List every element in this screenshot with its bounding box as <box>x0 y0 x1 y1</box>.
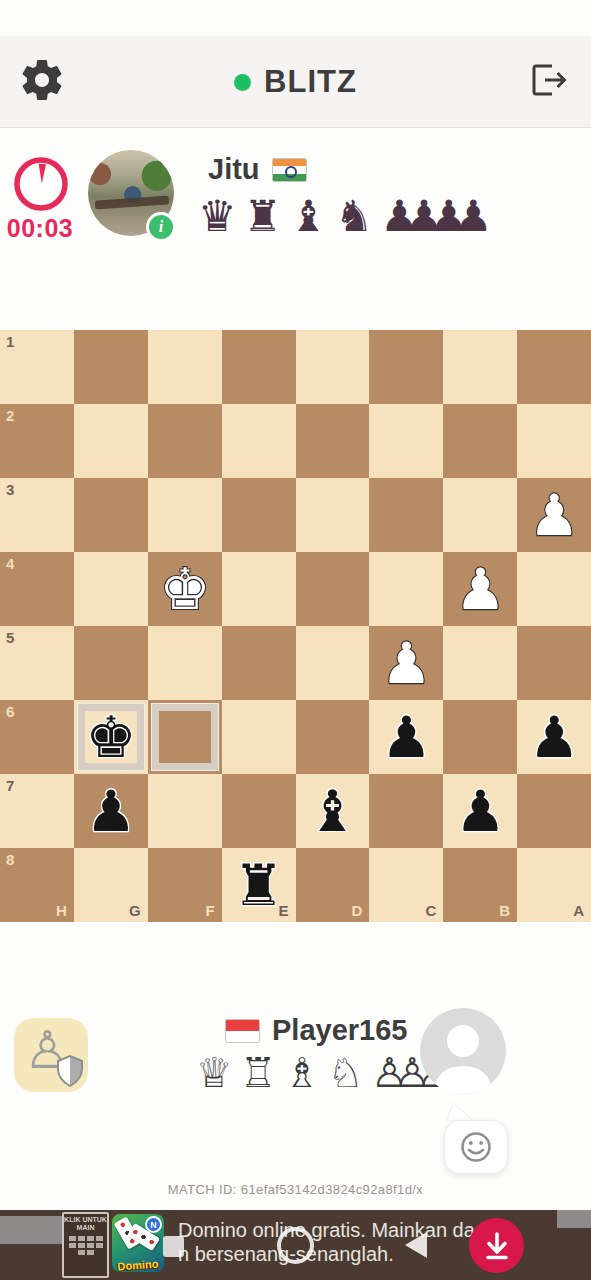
rank-label: 1 <box>6 333 14 350</box>
top-player-name: Jitu <box>208 153 260 186</box>
game-mode: BLITZ <box>0 64 591 100</box>
square-f5[interactable] <box>148 626 222 700</box>
square-a1[interactable] <box>517 330 591 404</box>
square-g4[interactable] <box>74 552 148 626</box>
square-g2[interactable] <box>74 404 148 478</box>
file-label: H <box>56 902 67 919</box>
rank-label: 5 <box>6 629 14 646</box>
square-f7[interactable] <box>148 774 222 848</box>
square-c2[interactable] <box>369 404 443 478</box>
square-f3[interactable] <box>148 478 222 552</box>
square-e1[interactable] <box>222 330 296 404</box>
match-id-text: MATCH ID: 61efaf53142d3824c92a8f1d/x <box>0 1182 591 1197</box>
rank-label: 8 <box>6 851 14 868</box>
square-c8[interactable]: C <box>369 848 443 922</box>
square-c6[interactable]: ♟ <box>369 700 443 774</box>
top-app-bar: BLITZ <box>0 36 591 128</box>
square-a3[interactable]: ♟ <box>517 478 591 552</box>
top-player-clock: 00:03 <box>2 214 78 243</box>
square-e8[interactable]: E♜ <box>222 848 296 922</box>
smiley-icon <box>458 1129 494 1165</box>
nav-recents-icon[interactable] <box>163 1236 184 1257</box>
move-timer-icon <box>13 156 69 212</box>
square-h4[interactable]: 4 <box>0 552 74 626</box>
square-b6[interactable] <box>443 700 517 774</box>
square-g6[interactable]: ♚ <box>74 700 148 774</box>
piece-white-king[interactable]: ♚ <box>159 561 210 618</box>
square-h8[interactable]: 8H <box>0 848 74 922</box>
square-g7[interactable]: ♟ <box>74 774 148 848</box>
recording-artifact-right <box>557 1210 591 1228</box>
rank-label: 2 <box>6 407 14 424</box>
square-e4[interactable] <box>222 552 296 626</box>
app-icon-label: Domino <box>112 1257 164 1272</box>
file-label: D <box>352 902 363 919</box>
square-d5[interactable] <box>296 626 370 700</box>
piece-black-pawn[interactable]: ♟ <box>529 709 580 766</box>
square-a7[interactable] <box>517 774 591 848</box>
square-h6[interactable]: 6 <box>0 700 74 774</box>
square-a2[interactable] <box>517 404 591 478</box>
square-h7[interactable]: 7 <box>0 774 74 848</box>
captured-queen: ♛ <box>198 195 237 238</box>
file-label: F <box>205 902 214 919</box>
square-e5[interactable] <box>222 626 296 700</box>
piece-black-bishop[interactable]: ♝ <box>307 783 358 840</box>
mini-ad-text: KLIK UNTUK MAIN <box>64 1216 107 1232</box>
ad-download-button[interactable] <box>469 1218 524 1273</box>
captured-queen: ♕ <box>196 1053 233 1094</box>
square-c5[interactable]: ♟ <box>369 626 443 700</box>
person-silhouette-icon <box>420 1008 506 1094</box>
square-e2[interactable] <box>222 404 296 478</box>
square-f2[interactable] <box>148 404 222 478</box>
captured-pawn: ♟ <box>454 195 493 238</box>
captured-knight: ♞ <box>335 195 374 238</box>
mini-ad-banner[interactable]: KLIK UNTUK MAIN <box>62 1212 109 1278</box>
square-a6[interactable]: ♟ <box>517 700 591 774</box>
square-d8[interactable]: D <box>296 848 370 922</box>
download-arrow-icon <box>480 1229 514 1263</box>
square-g3[interactable] <box>74 478 148 552</box>
square-a8[interactable]: A <box>517 848 591 922</box>
square-f6[interactable] <box>148 700 222 774</box>
square-c4[interactable] <box>369 552 443 626</box>
square-b5[interactable] <box>443 626 517 700</box>
square-e7[interactable] <box>222 774 296 848</box>
bottom-player-name: Player165 <box>272 1014 407 1047</box>
piece-black-rook[interactable]: ♜ <box>233 857 284 914</box>
square-d3[interactable] <box>296 478 370 552</box>
ad-banner[interactable]: KLIK UNTUK MAIN N Domino Domino online g… <box>0 1210 591 1280</box>
square-d4[interactable] <box>296 552 370 626</box>
square-h5[interactable]: 5 <box>0 626 74 700</box>
piece-white-pawn[interactable]: ♟ <box>381 635 432 692</box>
square-d1[interactable] <box>296 330 370 404</box>
nav-home-icon[interactable] <box>277 1227 314 1264</box>
square-e6[interactable] <box>222 700 296 774</box>
captured-bishop: ♗ <box>284 1053 321 1094</box>
shield-icon <box>55 1054 85 1088</box>
game-mode-label: BLITZ <box>264 64 357 100</box>
square-f8[interactable]: F <box>148 848 222 922</box>
square-h3[interactable]: 3 <box>0 478 74 552</box>
chess-board[interactable]: 123♟4♚♟5♟6♚♟♟7♟♝♟8HGFE♜DCBA <box>0 330 591 922</box>
square-b3[interactable] <box>443 478 517 552</box>
exit-game-icon[interactable] <box>525 58 571 102</box>
square-g8[interactable]: G <box>74 848 148 922</box>
square-c7[interactable] <box>369 774 443 848</box>
piece-black-pawn[interactable]: ♟ <box>455 783 506 840</box>
square-c3[interactable] <box>369 478 443 552</box>
file-label: B <box>499 902 510 919</box>
file-label: G <box>129 902 141 919</box>
indonesia-flag-icon <box>225 1019 260 1043</box>
rank-label: 7 <box>6 777 14 794</box>
online-status-dot <box>234 74 251 91</box>
square-g1[interactable] <box>74 330 148 404</box>
chat-emoji-button[interactable] <box>444 1120 508 1174</box>
square-d7[interactable]: ♝ <box>296 774 370 848</box>
square-b4[interactable]: ♟ <box>443 552 517 626</box>
square-a4[interactable] <box>517 552 591 626</box>
square-g5[interactable] <box>74 626 148 700</box>
file-label: A <box>573 902 584 919</box>
square-h2[interactable]: 2 <box>0 404 74 478</box>
piece-white-pawn[interactable]: ♟ <box>455 561 506 618</box>
piece-black-pawn[interactable]: ♟ <box>85 783 136 840</box>
nav-back-icon[interactable] <box>405 1232 427 1258</box>
square-h1[interactable]: 1 <box>0 330 74 404</box>
shield-protect-button[interactable]: ♙ <box>14 1018 88 1092</box>
domino-app-icon[interactable]: N Domino <box>112 1214 164 1272</box>
captured-knight: ♘ <box>327 1053 364 1094</box>
mini-ad-dominoes <box>69 1236 103 1255</box>
piece-white-pawn[interactable]: ♟ <box>529 487 580 544</box>
square-b2[interactable] <box>443 404 517 478</box>
recording-artifact-left <box>0 1216 62 1244</box>
square-a5[interactable] <box>517 626 591 700</box>
square-f1[interactable] <box>148 330 222 404</box>
rank-label: 6 <box>6 703 14 720</box>
square-f4[interactable]: ♚ <box>148 552 222 626</box>
square-b1[interactable] <box>443 330 517 404</box>
captured-bishop: ♝ <box>289 195 328 238</box>
captured-rook: ♜ <box>244 195 283 238</box>
captured-rook: ♖ <box>240 1053 277 1094</box>
bottom-player-avatar[interactable] <box>420 1008 506 1094</box>
app-icon-badge: N <box>145 1216 162 1233</box>
rank-label: 3 <box>6 481 14 498</box>
top-player-captured-pieces: ♛♜♝♞♟♟♟♟ <box>198 186 500 238</box>
square-b7[interactable]: ♟ <box>443 774 517 848</box>
india-flag-icon <box>272 158 307 182</box>
file-label: C <box>425 902 436 919</box>
square-c1[interactable] <box>369 330 443 404</box>
square-e3[interactable] <box>222 478 296 552</box>
piece-black-king[interactable]: ♚ <box>85 709 136 766</box>
square-d6[interactable] <box>296 700 370 774</box>
rank-label: 4 <box>6 555 14 572</box>
chat-bubble-tail <box>446 1103 476 1121</box>
square-b8[interactable]: B <box>443 848 517 922</box>
square-d2[interactable] <box>296 404 370 478</box>
player-info-badge[interactable]: i <box>146 212 176 242</box>
piece-black-pawn[interactable]: ♟ <box>381 709 432 766</box>
